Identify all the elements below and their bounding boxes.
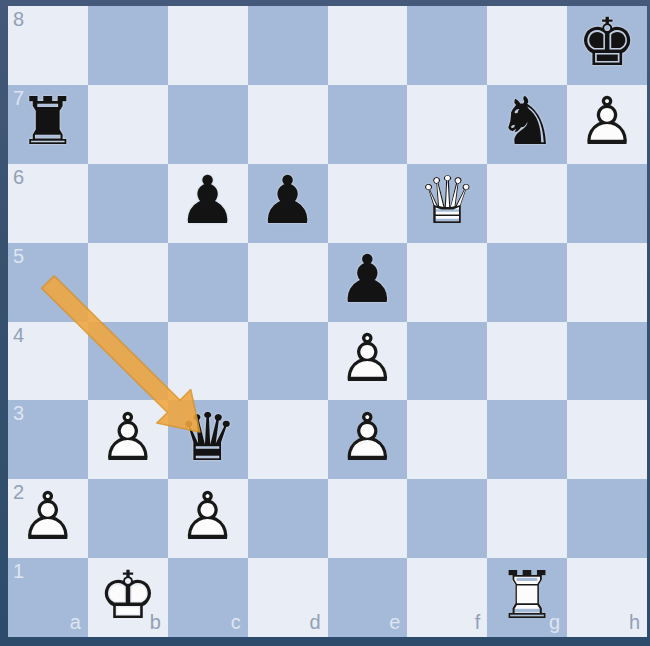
pawn-glyph: ♟: [178, 168, 237, 234]
square-g6[interactable]: [487, 164, 567, 243]
pawn-glyph-outline: ♙: [178, 484, 237, 550]
square-f6[interactable]: ♛♕: [407, 164, 487, 243]
rank-label-3: 3: [13, 403, 24, 423]
square-a1[interactable]: 1a: [8, 558, 88, 637]
square-e3[interactable]: ♟♙: [328, 400, 408, 479]
piece-black-knight[interactable]: ♞: [487, 85, 567, 164]
piece-black-queen[interactable]: ♛: [168, 400, 248, 479]
square-f1[interactable]: f: [407, 558, 487, 637]
pawn-glyph-outline: ♙: [338, 326, 397, 392]
piece-white-pawn[interactable]: ♟♙: [567, 85, 647, 164]
square-c4[interactable]: [168, 322, 248, 401]
square-g3[interactable]: [487, 400, 567, 479]
square-h1[interactable]: h: [567, 558, 647, 637]
rank-label-1: 1: [13, 561, 24, 581]
square-b3[interactable]: ♟♙: [88, 400, 168, 479]
square-f5[interactable]: [407, 243, 487, 322]
square-f2[interactable]: [407, 479, 487, 558]
piece-white-pawn[interactable]: ♟♙: [8, 479, 88, 558]
square-g4[interactable]: [487, 322, 567, 401]
square-d2[interactable]: [248, 479, 328, 558]
square-c3[interactable]: ♛: [168, 400, 248, 479]
square-a5[interactable]: 5: [8, 243, 88, 322]
pawn-glyph-outline: ♙: [98, 405, 157, 471]
pawn-glyph-outline: ♙: [18, 484, 77, 550]
square-d4[interactable]: [248, 322, 328, 401]
square-c6[interactable]: ♟: [168, 164, 248, 243]
square-h8[interactable]: ♚: [567, 6, 647, 85]
square-f8[interactable]: [407, 6, 487, 85]
piece-white-queen[interactable]: ♛♕: [407, 164, 487, 243]
square-b8[interactable]: [88, 6, 168, 85]
piece-black-pawn[interactable]: ♟: [168, 164, 248, 243]
piece-white-rook[interactable]: ♜♖: [487, 558, 567, 637]
square-b1[interactable]: b♚♔: [88, 558, 168, 637]
square-h7[interactable]: ♟♙: [567, 85, 647, 164]
square-e6[interactable]: [328, 164, 408, 243]
square-d7[interactable]: [248, 85, 328, 164]
square-g2[interactable]: [487, 479, 567, 558]
square-a8[interactable]: 8: [8, 6, 88, 85]
piece-black-pawn[interactable]: ♟: [248, 164, 328, 243]
queen-glyph-outline: ♕: [418, 168, 477, 234]
pawn-glyph-outline: ♙: [338, 405, 397, 471]
square-e7[interactable]: [328, 85, 408, 164]
file-label-c: c: [231, 612, 241, 632]
square-d3[interactable]: [248, 400, 328, 479]
queen-glyph: ♛: [178, 405, 237, 471]
square-h4[interactable]: [567, 322, 647, 401]
square-b7[interactable]: [88, 85, 168, 164]
square-g1[interactable]: g♜♖: [487, 558, 567, 637]
pawn-glyph: ♟: [258, 168, 317, 234]
square-e5[interactable]: ♟: [328, 243, 408, 322]
square-d8[interactable]: [248, 6, 328, 85]
square-b5[interactable]: [88, 243, 168, 322]
king-glyph-outline: ♔: [98, 563, 157, 629]
piece-white-king[interactable]: ♚♔: [88, 558, 168, 637]
square-d5[interactable]: [248, 243, 328, 322]
file-label-h: h: [629, 612, 640, 632]
file-label-e: e: [389, 612, 400, 632]
file-label-a: a: [70, 612, 81, 632]
square-e8[interactable]: [328, 6, 408, 85]
rook-glyph: ♜: [18, 89, 77, 155]
square-a4[interactable]: 4: [8, 322, 88, 401]
board-grid: 8♚7♜♞♟♙6♟♟♛♕5♟4♟♙3♟♙♛♟♙2♟♙♟♙1ab♚♔cdefg♜♖…: [8, 6, 647, 637]
square-b6[interactable]: [88, 164, 168, 243]
square-b2[interactable]: [88, 479, 168, 558]
square-b4[interactable]: [88, 322, 168, 401]
piece-white-pawn[interactable]: ♟♙: [88, 400, 168, 479]
square-e4[interactable]: ♟♙: [328, 322, 408, 401]
square-c1[interactable]: c: [168, 558, 248, 637]
piece-white-pawn[interactable]: ♟♙: [328, 400, 408, 479]
file-label-d: d: [309, 612, 320, 632]
square-d1[interactable]: d: [248, 558, 328, 637]
knight-glyph: ♞: [498, 89, 557, 155]
chess-board: 8♚7♜♞♟♙6♟♟♛♕5♟4♟♙3♟♙♛♟♙2♟♙♟♙1ab♚♔cdefg♜♖…: [0, 0, 650, 646]
square-f3[interactable]: [407, 400, 487, 479]
square-h6[interactable]: [567, 164, 647, 243]
piece-black-king[interactable]: ♚: [567, 6, 647, 85]
square-e2[interactable]: [328, 479, 408, 558]
square-h2[interactable]: [567, 479, 647, 558]
file-label-f: f: [475, 612, 481, 632]
square-c8[interactable]: [168, 6, 248, 85]
pawn-glyph-outline: ♙: [577, 89, 636, 155]
rook-glyph-outline: ♖: [498, 563, 557, 629]
rank-label-4: 4: [13, 325, 24, 345]
square-h3[interactable]: [567, 400, 647, 479]
piece-black-rook[interactable]: ♜: [8, 85, 88, 164]
king-glyph: ♚: [577, 10, 636, 76]
square-a2[interactable]: 2♟♙: [8, 479, 88, 558]
square-a3[interactable]: 3: [8, 400, 88, 479]
rank-label-5: 5: [13, 246, 24, 266]
square-a7[interactable]: 7♜: [8, 85, 88, 164]
piece-white-pawn[interactable]: ♟♙: [168, 479, 248, 558]
square-c2[interactable]: ♟♙: [168, 479, 248, 558]
square-g5[interactable]: [487, 243, 567, 322]
piece-white-pawn[interactable]: ♟♙: [328, 322, 408, 401]
square-a6[interactable]: 6: [8, 164, 88, 243]
square-g7[interactable]: ♞: [487, 85, 567, 164]
square-h5[interactable]: [567, 243, 647, 322]
square-c5[interactable]: [168, 243, 248, 322]
rank-label-6: 6: [13, 167, 24, 187]
rank-label-8: 8: [13, 9, 24, 29]
square-c7[interactable]: [168, 85, 248, 164]
square-g8[interactable]: [487, 6, 567, 85]
pawn-glyph: ♟: [338, 247, 397, 313]
piece-black-pawn[interactable]: ♟: [328, 243, 408, 322]
square-e1[interactable]: e: [328, 558, 408, 637]
square-d6[interactable]: ♟: [248, 164, 328, 243]
square-f4[interactable]: [407, 322, 487, 401]
square-f7[interactable]: [407, 85, 487, 164]
